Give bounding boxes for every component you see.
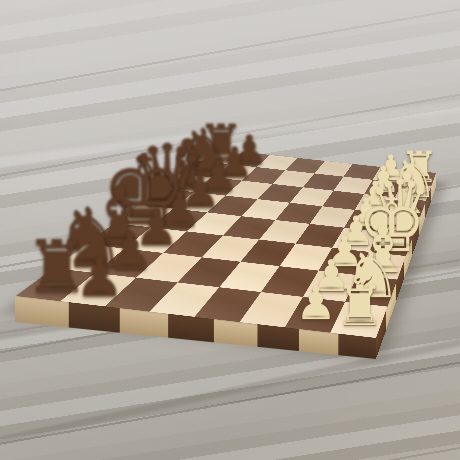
chess-photo-scene: ♜♞♝♛♚♝♞♜♟♟♟♟♟♟♟♟♟♟♟♟♟♟♟♟♜♞♝♛♚♝♞♜ xyxy=(0,0,460,460)
black-pawn-glyph: ♟ xyxy=(72,250,127,305)
pieces-layer: ♜♞♝♛♚♝♞♜♟♟♟♟♟♟♟♟♟♟♟♟♟♟♟♟♜♞♝♛♚♝♞♜ xyxy=(0,0,460,460)
piece-black-pawn[interactable]: ♟ xyxy=(72,250,127,295)
white-rook-glyph: ♜ xyxy=(332,278,388,334)
piece-white-rook[interactable]: ♜ xyxy=(332,278,388,324)
